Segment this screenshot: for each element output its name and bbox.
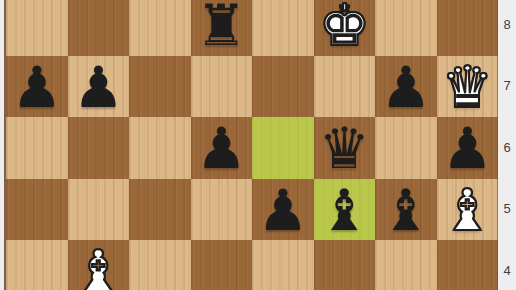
square-a7[interactable]: ♟ [6,56,68,118]
piece-white-king[interactable]: ♚ [319,0,370,54]
square-e6[interactable] [252,117,314,179]
square-a8[interactable] [6,0,68,56]
square-g5[interactable]: ♝ [375,179,437,241]
square-g7[interactable]: ♟ [375,56,437,118]
square-c5[interactable] [129,179,191,241]
piece-black-queen[interactable]: ♛ [319,120,370,177]
square-f5[interactable]: ♝ [314,179,376,241]
square-e8[interactable] [252,0,314,56]
square-g8[interactable] [375,0,437,56]
square-h6[interactable]: ♟ [437,117,499,179]
piece-black-bishop[interactable]: ♝ [319,182,370,239]
square-c4[interactable] [129,240,191,290]
rank-label-6: 6 [498,139,516,157]
piece-black-bishop[interactable]: ♝ [380,182,431,239]
square-a4[interactable] [6,240,68,290]
square-g6[interactable] [375,117,437,179]
square-e5[interactable]: ♟ [252,179,314,241]
square-c6[interactable] [129,117,191,179]
square-d4[interactable] [191,240,253,290]
square-h4[interactable] [437,240,499,290]
square-b5[interactable] [68,179,130,241]
square-a6[interactable] [6,117,68,179]
piece-black-pawn[interactable]: ♟ [73,59,124,116]
rank-label-5: 5 [498,200,516,218]
piece-black-pawn[interactable]: ♟ [257,182,308,239]
rank-label-8: 8 [498,16,516,34]
piece-white-bishop[interactable]: ♝ [73,243,124,290]
square-b7[interactable]: ♟ [68,56,130,118]
piece-white-bishop[interactable]: ♝ [442,182,493,239]
rank-labels: 87654 [498,0,516,290]
chess-board: ♜♚♟♟♟♛♟♛♟♟♝♝♝♝ [6,0,498,290]
square-h7[interactable]: ♛ [437,56,499,118]
piece-black-rook[interactable]: ♜ [196,0,247,54]
square-f7[interactable] [314,56,376,118]
piece-black-pawn[interactable]: ♟ [442,120,493,177]
square-d5[interactable] [191,179,253,241]
square-d8[interactable]: ♜ [191,0,253,56]
square-e7[interactable] [252,56,314,118]
square-c7[interactable] [129,56,191,118]
square-b4[interactable]: ♝ [68,240,130,290]
square-f8[interactable]: ♚ [314,0,376,56]
square-f4[interactable] [314,240,376,290]
rank-label-7: 7 [498,77,516,95]
square-b8[interactable] [68,0,130,56]
board-left-edge [4,0,6,290]
square-e4[interactable] [252,240,314,290]
square-d7[interactable] [191,56,253,118]
piece-black-pawn[interactable]: ♟ [380,59,431,116]
square-a5[interactable] [6,179,68,241]
square-b6[interactable] [68,117,130,179]
square-h5[interactable]: ♝ [437,179,499,241]
rank-label-4: 4 [498,262,516,280]
square-d6[interactable]: ♟ [191,117,253,179]
square-h8[interactable] [437,0,499,56]
square-f6[interactable]: ♛ [314,117,376,179]
piece-black-pawn[interactable]: ♟ [196,120,247,177]
board-container: ♜♚♟♟♟♛♟♛♟♟♝♝♝♝ 87654 [0,0,516,290]
square-c8[interactable] [129,0,191,56]
square-g4[interactable] [375,240,437,290]
piece-white-queen[interactable]: ♛ [442,59,493,116]
piece-black-pawn[interactable]: ♟ [11,59,62,116]
